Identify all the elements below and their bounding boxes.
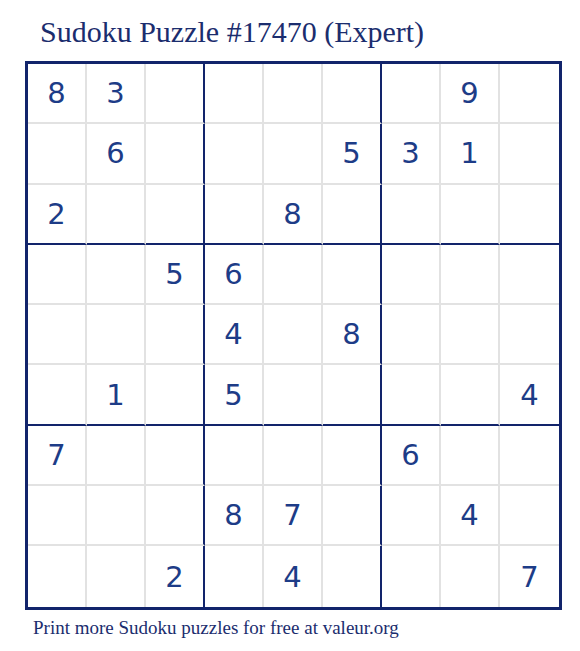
footer-text: Print more Sudoku puzzles for free at va… xyxy=(33,617,399,640)
cell-r7c3 xyxy=(146,426,205,486)
cell-r8c8: 4 xyxy=(441,486,500,546)
cell-r9c4 xyxy=(205,546,264,606)
cell-r3c5: 8 xyxy=(264,185,323,245)
cell-r9c9: 7 xyxy=(500,546,559,606)
cell-r8c4: 8 xyxy=(205,486,264,546)
cell-r9c2 xyxy=(87,546,146,606)
cell-r1c2: 3 xyxy=(87,64,146,124)
cell-r4c1 xyxy=(28,245,87,305)
cell-r6c5 xyxy=(264,365,323,425)
cell-r7c8 xyxy=(441,426,500,486)
cell-r7c9 xyxy=(500,426,559,486)
cell-r8c3 xyxy=(146,486,205,546)
cell-r8c9 xyxy=(500,486,559,546)
cell-r8c2 xyxy=(87,486,146,546)
cell-r5c1 xyxy=(28,305,87,365)
cell-r9c8 xyxy=(441,546,500,606)
cell-r1c5 xyxy=(264,64,323,124)
cell-r7c7: 6 xyxy=(382,426,441,486)
cell-r1c1: 8 xyxy=(28,64,87,124)
cell-r6c1 xyxy=(28,365,87,425)
cell-r2c6: 5 xyxy=(323,124,382,184)
cell-r3c7 xyxy=(382,185,441,245)
cell-r2c9 xyxy=(500,124,559,184)
cell-r9c5: 4 xyxy=(264,546,323,606)
cell-r3c6 xyxy=(323,185,382,245)
cell-r8c5: 7 xyxy=(264,486,323,546)
cell-r5c4: 4 xyxy=(205,305,264,365)
cell-r7c4 xyxy=(205,426,264,486)
cell-r4c6 xyxy=(323,245,382,305)
cell-r7c6 xyxy=(323,426,382,486)
cell-r5c9 xyxy=(500,305,559,365)
cell-r5c8 xyxy=(441,305,500,365)
cell-r5c3 xyxy=(146,305,205,365)
cell-r5c6: 8 xyxy=(323,305,382,365)
cell-r9c1 xyxy=(28,546,87,606)
cell-r3c1: 2 xyxy=(28,185,87,245)
cell-r4c3: 5 xyxy=(146,245,205,305)
cell-r7c5 xyxy=(264,426,323,486)
cell-r8c6 xyxy=(323,486,382,546)
cell-r4c5 xyxy=(264,245,323,305)
cell-r9c3: 2 xyxy=(146,546,205,606)
cell-r6c2: 1 xyxy=(87,365,146,425)
cell-r5c2 xyxy=(87,305,146,365)
cell-r4c4: 6 xyxy=(205,245,264,305)
page-title: Sudoku Puzzle #17470 (Expert) xyxy=(40,17,424,47)
cell-r1c4 xyxy=(205,64,264,124)
cell-r8c1 xyxy=(28,486,87,546)
cell-r6c3 xyxy=(146,365,205,425)
cell-r6c7 xyxy=(382,365,441,425)
cell-r4c2 xyxy=(87,245,146,305)
cell-r1c8: 9 xyxy=(441,64,500,124)
cell-r2c4 xyxy=(205,124,264,184)
cell-r2c2: 6 xyxy=(87,124,146,184)
cell-r2c3 xyxy=(146,124,205,184)
cell-r5c7 xyxy=(382,305,441,365)
cell-r4c8 xyxy=(441,245,500,305)
cell-r4c9 xyxy=(500,245,559,305)
cell-r6c4: 5 xyxy=(205,365,264,425)
cell-r5c5 xyxy=(264,305,323,365)
sudoku-board: 839653128564815476874247 xyxy=(25,61,562,610)
cell-r6c8 xyxy=(441,365,500,425)
cell-r2c8: 1 xyxy=(441,124,500,184)
cell-r4c7 xyxy=(382,245,441,305)
cell-r6c9: 4 xyxy=(500,365,559,425)
cell-r2c5 xyxy=(264,124,323,184)
cell-r2c7: 3 xyxy=(382,124,441,184)
cell-r3c3 xyxy=(146,185,205,245)
cell-r8c7 xyxy=(382,486,441,546)
cell-r3c2 xyxy=(87,185,146,245)
cell-r7c1: 7 xyxy=(28,426,87,486)
cell-r3c4 xyxy=(205,185,264,245)
cell-r1c7 xyxy=(382,64,441,124)
cell-r1c3 xyxy=(146,64,205,124)
cell-r7c2 xyxy=(87,426,146,486)
cell-r6c6 xyxy=(323,365,382,425)
cell-r9c6 xyxy=(323,546,382,606)
cell-r9c7 xyxy=(382,546,441,606)
cell-r3c9 xyxy=(500,185,559,245)
cell-r2c1 xyxy=(28,124,87,184)
cell-r1c6 xyxy=(323,64,382,124)
cell-r1c9 xyxy=(500,64,559,124)
cell-r3c8 xyxy=(441,185,500,245)
